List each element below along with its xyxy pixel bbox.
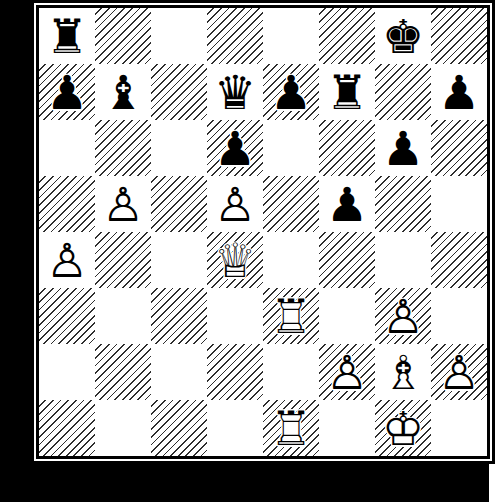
square-e7[interactable]: ♟ xyxy=(263,64,319,120)
square-c7[interactable] xyxy=(151,64,207,120)
square-c2[interactable] xyxy=(151,344,207,400)
white-piece-backing: ♛ xyxy=(207,232,263,288)
square-h6[interactable] xyxy=(431,120,487,176)
square-g3[interactable]: ♟♙ xyxy=(375,288,431,344)
square-e4[interactable] xyxy=(263,232,319,288)
white-piece-backing: ♝ xyxy=(375,344,431,400)
square-a5[interactable] xyxy=(39,176,95,232)
white-rook-piece: ♖ xyxy=(263,288,319,344)
white-pawn-piece: ♙ xyxy=(39,232,95,288)
white-bishop-piece: ♗ xyxy=(375,344,431,400)
black-pawn-piece: ♟ xyxy=(375,120,431,176)
square-c1[interactable] xyxy=(151,400,207,456)
square-h4[interactable] xyxy=(431,232,487,288)
square-e3[interactable]: ♜♖ xyxy=(263,288,319,344)
black-rook-piece: ♜ xyxy=(319,64,375,120)
square-e5[interactable] xyxy=(263,176,319,232)
bottom-black-margin xyxy=(0,464,489,502)
square-b4[interactable] xyxy=(95,232,151,288)
square-a2[interactable] xyxy=(39,344,95,400)
white-pawn-piece: ♙ xyxy=(375,288,431,344)
square-g8[interactable]: ♚ xyxy=(375,8,431,64)
square-d2[interactable] xyxy=(207,344,263,400)
white-pawn-piece: ♙ xyxy=(207,176,263,232)
square-d4[interactable]: ♛♕ xyxy=(207,232,263,288)
black-pawn-piece: ♟ xyxy=(431,64,487,120)
square-c5[interactable] xyxy=(151,176,207,232)
square-d6[interactable]: ♟ xyxy=(207,120,263,176)
white-piece-backing: ♜ xyxy=(263,288,319,344)
white-piece-backing: ♟ xyxy=(207,176,263,232)
square-e1[interactable]: ♜♖ xyxy=(263,400,319,456)
square-c4[interactable] xyxy=(151,232,207,288)
white-pawn-piece: ♙ xyxy=(95,176,151,232)
square-f2[interactable]: ♟♙ xyxy=(319,344,375,400)
square-h2[interactable]: ♟♙ xyxy=(431,344,487,400)
square-d7[interactable]: ♛ xyxy=(207,64,263,120)
square-h7[interactable]: ♟ xyxy=(431,64,487,120)
square-g4[interactable] xyxy=(375,232,431,288)
square-g6[interactable]: ♟ xyxy=(375,120,431,176)
square-f3[interactable] xyxy=(319,288,375,344)
black-queen-piece: ♛ xyxy=(207,64,263,120)
square-a3[interactable] xyxy=(39,288,95,344)
square-b2[interactable] xyxy=(95,344,151,400)
left-black-margin xyxy=(0,0,31,502)
black-pawn-piece: ♟ xyxy=(39,64,95,120)
square-b6[interactable] xyxy=(95,120,151,176)
board-frame: ♜♚♟♝♛♟♜♟♟♟♟♙♟♙♟♟♙♛♕♜♖♟♙♟♙♝♗♟♙♜♖♚♔ xyxy=(31,0,495,464)
square-b5[interactable]: ♟♙ xyxy=(95,176,151,232)
black-pawn-piece: ♟ xyxy=(207,120,263,176)
white-piece-backing: ♟ xyxy=(319,344,375,400)
white-piece-backing: ♚ xyxy=(375,400,431,456)
square-g1[interactable]: ♚♔ xyxy=(375,400,431,456)
black-pawn-piece: ♟ xyxy=(319,176,375,232)
square-c6[interactable] xyxy=(151,120,207,176)
white-piece-backing: ♟ xyxy=(431,344,487,400)
white-piece-backing: ♟ xyxy=(95,176,151,232)
square-b1[interactable] xyxy=(95,400,151,456)
square-f7[interactable]: ♜ xyxy=(319,64,375,120)
board-inner-border: ♜♚♟♝♛♟♜♟♟♟♟♙♟♙♟♟♙♛♕♜♖♟♙♟♙♝♗♟♙♜♖♚♔ xyxy=(36,5,490,459)
black-bishop-piece: ♝ xyxy=(95,64,151,120)
white-king-piece: ♔ xyxy=(375,400,431,456)
white-queen-piece: ♕ xyxy=(207,232,263,288)
square-a1[interactable] xyxy=(39,400,95,456)
white-rook-piece: ♖ xyxy=(263,400,319,456)
white-piece-backing: ♟ xyxy=(39,232,95,288)
square-d5[interactable]: ♟♙ xyxy=(207,176,263,232)
white-pawn-piece: ♙ xyxy=(319,344,375,400)
square-a8[interactable]: ♜ xyxy=(39,8,95,64)
square-b3[interactable] xyxy=(95,288,151,344)
black-king-piece: ♚ xyxy=(375,8,431,64)
square-h3[interactable] xyxy=(431,288,487,344)
square-f6[interactable] xyxy=(319,120,375,176)
white-piece-backing: ♟ xyxy=(375,288,431,344)
square-a4[interactable]: ♟♙ xyxy=(39,232,95,288)
square-b8[interactable] xyxy=(95,8,151,64)
square-d1[interactable] xyxy=(207,400,263,456)
square-d3[interactable] xyxy=(207,288,263,344)
square-c8[interactable] xyxy=(151,8,207,64)
white-pawn-piece: ♙ xyxy=(431,344,487,400)
square-e8[interactable] xyxy=(263,8,319,64)
square-h1[interactable] xyxy=(431,400,487,456)
square-f5[interactable]: ♟ xyxy=(319,176,375,232)
square-a7[interactable]: ♟ xyxy=(39,64,95,120)
white-piece-backing: ♜ xyxy=(263,400,319,456)
square-g7[interactable] xyxy=(375,64,431,120)
square-h5[interactable] xyxy=(431,176,487,232)
square-h8[interactable] xyxy=(431,8,487,64)
square-g2[interactable]: ♝♗ xyxy=(375,344,431,400)
square-f1[interactable] xyxy=(319,400,375,456)
square-c3[interactable] xyxy=(151,288,207,344)
square-d8[interactable] xyxy=(207,8,263,64)
square-g5[interactable] xyxy=(375,176,431,232)
square-a6[interactable] xyxy=(39,120,95,176)
chess-board: ♜♚♟♝♛♟♜♟♟♟♟♙♟♙♟♟♙♛♕♜♖♟♙♟♙♝♗♟♙♜♖♚♔ xyxy=(39,8,487,456)
square-f4[interactable] xyxy=(319,232,375,288)
square-e6[interactable] xyxy=(263,120,319,176)
square-b7[interactable]: ♝ xyxy=(95,64,151,120)
square-e2[interactable] xyxy=(263,344,319,400)
square-f8[interactable] xyxy=(319,8,375,64)
black-pawn-piece: ♟ xyxy=(263,64,319,120)
black-rook-piece: ♜ xyxy=(39,8,95,64)
